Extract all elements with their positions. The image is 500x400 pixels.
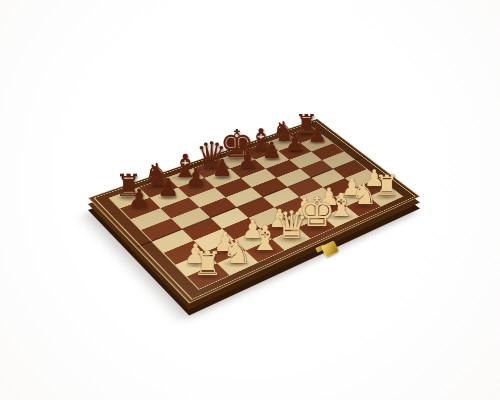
piece-black-pawn-h7: ♟ [307,124,327,146]
piece-black-pawn-b7: ♟ [157,176,179,201]
piece-black-pawn-f7: ♟ [262,139,282,162]
product-photo-stage: ♜♞♝♛♚♝♞♜♟♟♟♟♟♟♟♟♟♟♟♟♟♟♟♟♜♞♝♛♚♝♞♜ [0,0,500,400]
piece-white-rook-a1: ♜ [193,248,223,281]
piece-white-rook-h1: ♜ [374,172,399,200]
piece-black-pawn-c7: ♟ [185,166,207,190]
piece-black-pawn-g7: ♟ [285,131,305,153]
piece-black-pawn-e7: ♟ [237,148,258,171]
piece-black-pawn-a7: ♟ [128,186,151,211]
piece-black-pawn-d7: ♟ [212,157,233,181]
piece-white-bishop-c1: ♝ [250,221,281,256]
piece-white-knight-b1: ♞ [222,234,252,267]
pieces-layer: ♜♞♝♛♚♝♞♜♟♟♟♟♟♟♟♟♟♟♟♟♟♟♟♟♜♞♝♛♚♝♞♜ [0,0,500,400]
